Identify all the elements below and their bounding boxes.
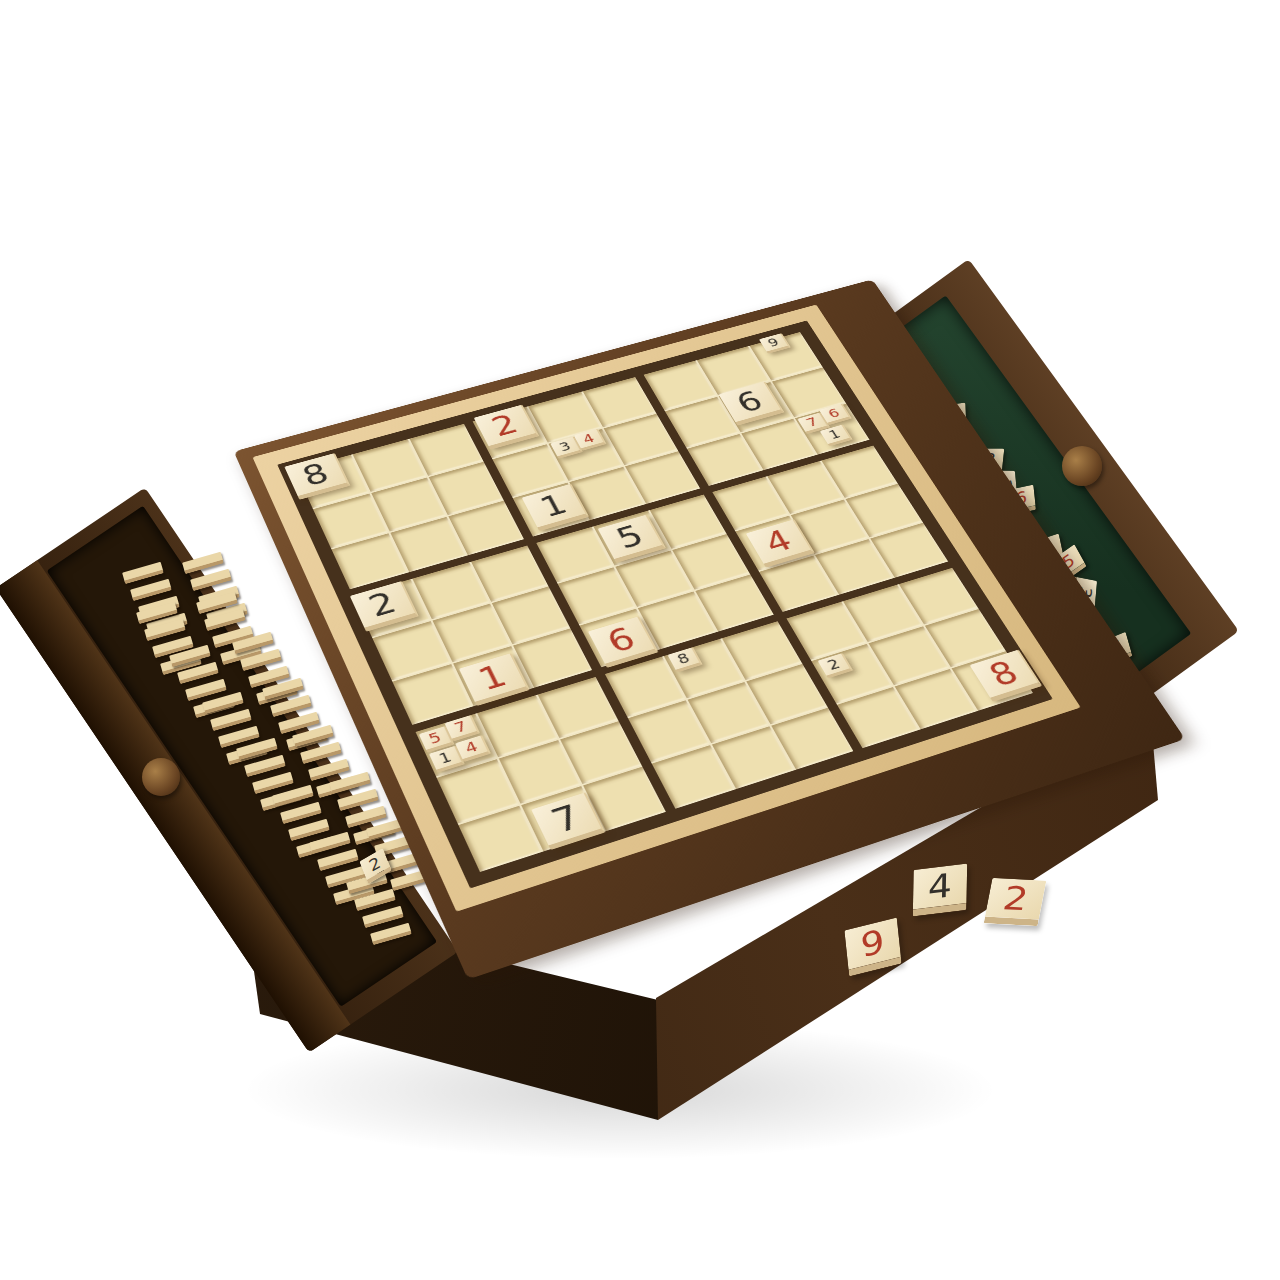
sudoku-board: 82612541678934761571482 bbox=[295, 332, 1033, 872]
loose-tile-4[interactable]: 4 bbox=[913, 864, 967, 917]
right-drawer-knob[interactable] bbox=[1062, 446, 1102, 486]
sudoku-board-scene: 2 524648316328455329699 8261254167893476… bbox=[0, 0, 1280, 1280]
loose-tile-2[interactable]: 2 bbox=[984, 878, 1047, 926]
table-shadow bbox=[240, 1020, 1000, 1160]
left-drawer-knob[interactable] bbox=[142, 758, 180, 796]
loose-tile-9[interactable]: 9 bbox=[844, 917, 901, 976]
